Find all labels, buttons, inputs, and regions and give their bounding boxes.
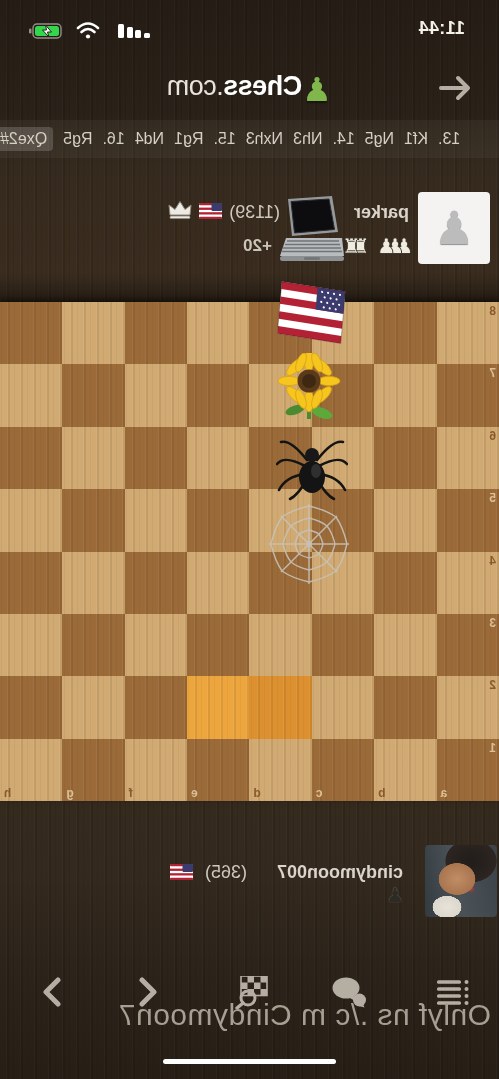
- square-e2[interactable]: [187, 676, 249, 738]
- top-player-name[interactable]: parker: [354, 202, 409, 223]
- rank-label-6: 6: [489, 429, 496, 443]
- piece-white-rook[interactable]: [62, 489, 124, 551]
- square-c2[interactable]: [312, 676, 374, 738]
- square-c3[interactable]: [312, 614, 374, 676]
- square-b5[interactable]: [374, 489, 436, 551]
- square-g8[interactable]: [62, 302, 124, 364]
- captured-pawn-icon: ♟: [377, 233, 395, 259]
- square-h1[interactable]: h: [0, 739, 62, 801]
- file-label-c: c: [316, 786, 323, 800]
- square-d7[interactable]: [250, 364, 312, 426]
- square-h6[interactable]: [0, 427, 62, 489]
- square-b6[interactable]: [374, 427, 436, 489]
- move-token[interactable]: Rg1: [174, 130, 203, 148]
- square-h7[interactable]: [0, 364, 62, 426]
- piece-black-queen[interactable]: [187, 676, 249, 738]
- us-flag-icon: [199, 203, 222, 223]
- square-b8[interactable]: [374, 302, 436, 364]
- square-d2[interactable]: [250, 676, 312, 738]
- square-h8[interactable]: [0, 302, 62, 364]
- square-e6[interactable]: [187, 427, 249, 489]
- piece-black-pawn[interactable]: [0, 427, 62, 489]
- piece-white-rook[interactable]: [437, 739, 499, 801]
- home-indicator[interactable]: [163, 1059, 336, 1064]
- square-g5[interactable]: [62, 489, 124, 551]
- piece-black-pawn[interactable]: [62, 364, 124, 426]
- us-flag-icon: [170, 864, 193, 884]
- bottom-player-rating: (365): [205, 862, 247, 883]
- square-e1[interactable]: e: [187, 739, 249, 801]
- move-token[interactable]: Qxe2#: [0, 127, 53, 151]
- square-e7[interactable]: [187, 364, 249, 426]
- square-h5[interactable]: [0, 489, 62, 551]
- move-token[interactable]: 15.: [213, 130, 235, 148]
- file-label-d: d: [254, 786, 261, 800]
- move-token[interactable]: 16.: [103, 130, 125, 148]
- square-a3[interactable]: 3: [437, 614, 499, 676]
- bottom-player-name[interactable]: cindymoon007: [277, 862, 403, 883]
- square-a6[interactable]: 6: [437, 427, 499, 489]
- piece-black-knight[interactable]: [250, 552, 312, 614]
- square-a2[interactable]: 2: [437, 676, 499, 738]
- piece-black-king[interactable]: [187, 302, 249, 364]
- file-label-b: b: [378, 786, 385, 800]
- square-d3[interactable]: [250, 614, 312, 676]
- board-top-shadow: [0, 272, 499, 302]
- piece-black-rook[interactable]: [437, 302, 499, 364]
- move-token[interactable]: Nd4: [135, 130, 164, 148]
- square-c7[interactable]: [312, 364, 374, 426]
- square-b4[interactable]: [374, 552, 436, 614]
- square-e5[interactable]: [187, 489, 249, 551]
- square-b2[interactable]: [374, 676, 436, 738]
- move-ticker[interactable]: 13.Kf1Ng514.Nh3Nxh315.Rg1Nd416.Rg5Qxe2#: [0, 120, 499, 158]
- square-f5[interactable]: [125, 489, 187, 551]
- square-d6[interactable]: [250, 427, 312, 489]
- square-f8[interactable]: [125, 302, 187, 364]
- square-a8[interactable]: 8: [437, 302, 499, 364]
- top-player-rating: (1139): [229, 202, 280, 223]
- battery-charging-icon: [28, 23, 62, 43]
- piece-white-king[interactable]: [125, 739, 187, 801]
- piece-white-pawn[interactable]: [374, 676, 436, 738]
- rank-label-2: 2: [489, 678, 496, 692]
- square-c8[interactable]: [312, 302, 374, 364]
- captured-rook-icon: ♜: [342, 233, 360, 259]
- square-g2[interactable]: [62, 676, 124, 738]
- piece-white-pawn[interactable]: [0, 676, 62, 738]
- square-f7[interactable]: [125, 364, 187, 426]
- move-token[interactable]: Ng5: [365, 130, 394, 148]
- square-g3[interactable]: [62, 614, 124, 676]
- square-g1[interactable]: g: [62, 739, 124, 801]
- piece-black-pawn[interactable]: [312, 364, 374, 426]
- square-a1[interactable]: 1a: [437, 739, 499, 801]
- status-time: 11:44: [418, 18, 465, 39]
- square-g4[interactable]: [62, 552, 124, 614]
- piece-black-pawn[interactable]: [125, 364, 187, 426]
- square-f6[interactable]: [125, 427, 187, 489]
- top-player-avatar[interactable]: ♟: [418, 192, 490, 264]
- rank-label-5: 5: [489, 491, 496, 505]
- square-g6[interactable]: [62, 427, 124, 489]
- top-captured-pieces: ♟♟♟♜♜: [342, 233, 413, 259]
- rank-label-3: 3: [489, 616, 496, 630]
- square-h2[interactable]: [0, 676, 62, 738]
- file-label-g: g: [66, 786, 73, 800]
- move-token[interactable]: 13.: [438, 130, 460, 148]
- square-a5[interactable]: 5: [437, 489, 499, 551]
- square-f1[interactable]: f: [125, 739, 187, 801]
- piece-white-pawn[interactable]: [312, 676, 374, 738]
- square-e4[interactable]: [187, 552, 249, 614]
- piece-black-bishop[interactable]: [0, 489, 62, 551]
- square-e3[interactable]: [187, 614, 249, 676]
- square-d5[interactable]: [250, 489, 312, 551]
- square-f2[interactable]: [125, 676, 187, 738]
- piece-black-rook[interactable]: [0, 302, 62, 364]
- square-c5[interactable]: [312, 489, 374, 551]
- square-f3[interactable]: [125, 614, 187, 676]
- square-f4[interactable]: [125, 552, 187, 614]
- square-c4[interactable]: [312, 552, 374, 614]
- logo-pawn-icon: ♟: [302, 70, 332, 109]
- chat-message: Onlyf ns ./c m Cindymoon7: [0, 998, 491, 1032]
- square-g7[interactable]: [62, 364, 124, 426]
- piece-black-pawn[interactable]: [187, 614, 249, 676]
- bottom-captured-pieces: ♟: [386, 882, 404, 908]
- move-token[interactable]: 14.: [332, 130, 354, 148]
- square-c6[interactable]: [312, 427, 374, 489]
- chess-app-screen: 11:44 ♟Chess.com 13.Kf1Ng514.Nh3Nxh315.R…: [0, 0, 499, 1079]
- square-b3[interactable]: [374, 614, 436, 676]
- square-h3[interactable]: [0, 614, 62, 676]
- square-d8[interactable]: [250, 302, 312, 364]
- piece-white-pawn[interactable]: [437, 552, 499, 614]
- move-token[interactable]: Nxh3: [246, 130, 283, 148]
- square-a7[interactable]: 7: [437, 364, 499, 426]
- chess-board[interactable]: 87654321abcdefgh: [0, 302, 499, 801]
- chesscom-logo: ♟Chess.com: [0, 70, 499, 109]
- piece-black-pawn[interactable]: [437, 364, 499, 426]
- material-score: +20: [243, 236, 272, 256]
- piece-black-pawn[interactable]: [374, 364, 436, 426]
- square-h4[interactable]: [0, 552, 62, 614]
- crown-badge-icon: [167, 199, 193, 224]
- laptop-emoji: [280, 194, 344, 270]
- square-c1[interactable]: c: [312, 739, 374, 801]
- move-token[interactable]: Kf1: [404, 130, 428, 148]
- piece-black-knight[interactable]: [0, 614, 62, 676]
- cellular-bars-icon: [106, 24, 150, 38]
- wifi-icon: [76, 22, 100, 43]
- file-label-e: e: [191, 786, 198, 800]
- file-label-h: h: [4, 786, 11, 800]
- square-e8[interactable]: [187, 302, 249, 364]
- square-b1[interactable]: b: [374, 739, 436, 801]
- piece-white-pawn[interactable]: [125, 614, 187, 676]
- square-d4[interactable]: [250, 552, 312, 614]
- square-a4[interactable]: 4: [437, 552, 499, 614]
- move-token[interactable]: Nh3: [293, 130, 322, 148]
- captured-pawn-icon: ♟: [386, 883, 404, 907]
- bottom-player-avatar[interactable]: [425, 845, 497, 917]
- piece-white-bishop[interactable]: [312, 302, 374, 364]
- piece-black-bishop[interactable]: [125, 302, 187, 364]
- square-b7[interactable]: [374, 364, 436, 426]
- square-d1[interactable]: d: [250, 739, 312, 801]
- move-token[interactable]: Rg5: [63, 130, 92, 148]
